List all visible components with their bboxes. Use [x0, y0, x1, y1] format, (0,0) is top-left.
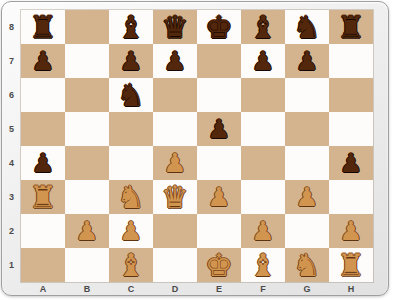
piece-black-pawn[interactable]: ♟	[31, 44, 54, 78]
square-f4[interactable]	[241, 146, 285, 180]
piece-black-rook[interactable]: ♜	[29, 10, 57, 44]
rank-label-3: 3	[2, 180, 21, 214]
square-c7[interactable]: ♟	[109, 44, 153, 78]
file-label-c: C	[109, 282, 153, 295]
square-c8[interactable]: ♝	[109, 10, 153, 44]
square-f2[interactable]: ♟	[241, 214, 285, 248]
piece-black-rook[interactable]: ♜	[337, 10, 365, 44]
square-f7[interactable]: ♟	[241, 44, 285, 78]
square-g8[interactable]: ♞	[285, 10, 329, 44]
square-g4[interactable]	[285, 146, 329, 180]
piece-black-bishop[interactable]: ♝	[117, 10, 145, 44]
square-a3[interactable]: ♜	[21, 180, 65, 214]
square-f6[interactable]	[241, 78, 285, 112]
square-b5[interactable]	[65, 112, 109, 146]
square-a4[interactable]: ♟	[21, 146, 65, 180]
square-c5[interactable]	[109, 112, 153, 146]
square-c1[interactable]: ♝	[109, 248, 153, 282]
square-h4[interactable]: ♟	[329, 146, 373, 180]
square-b3[interactable]	[65, 180, 109, 214]
square-d5[interactable]	[153, 112, 197, 146]
piece-white-pawn[interactable]: ♟	[295, 180, 318, 214]
square-f5[interactable]	[241, 112, 285, 146]
square-f3[interactable]	[241, 180, 285, 214]
square-h1[interactable]: ♜	[329, 248, 373, 282]
file-label-a: A	[21, 282, 65, 295]
square-e1[interactable]: ♚	[197, 248, 241, 282]
square-b7[interactable]	[65, 44, 109, 78]
piece-black-pawn[interactable]: ♟	[119, 44, 142, 78]
file-label-f: F	[241, 282, 285, 295]
square-e4[interactable]	[197, 146, 241, 180]
square-a8[interactable]: ♜	[21, 10, 65, 44]
piece-black-pawn[interactable]: ♟	[339, 146, 362, 180]
file-label-h: H	[329, 282, 373, 295]
piece-white-pawn[interactable]: ♟	[75, 214, 98, 248]
square-e8[interactable]: ♚	[197, 10, 241, 44]
page-background: { "game": "chess", "position": { "fen": …	[0, 0, 400, 300]
piece-black-queen[interactable]: ♛	[161, 10, 189, 44]
square-a7[interactable]: ♟	[21, 44, 65, 78]
piece-black-knight[interactable]: ♞	[293, 10, 321, 44]
piece-white-rook[interactable]: ♜	[29, 180, 57, 214]
square-c2[interactable]: ♟	[109, 214, 153, 248]
square-e6[interactable]	[197, 78, 241, 112]
piece-black-pawn[interactable]: ♟	[295, 44, 318, 78]
square-a5[interactable]	[21, 112, 65, 146]
square-e5[interactable]: ♟	[197, 112, 241, 146]
file-label-g: G	[285, 282, 329, 295]
square-h7[interactable]	[329, 44, 373, 78]
file-label-d: D	[153, 282, 197, 295]
square-c3[interactable]: ♞	[109, 180, 153, 214]
square-h5[interactable]	[329, 112, 373, 146]
square-e3[interactable]: ♟	[197, 180, 241, 214]
square-g3[interactable]: ♟	[285, 180, 329, 214]
square-e7[interactable]	[197, 44, 241, 78]
piece-white-pawn[interactable]: ♟	[207, 180, 230, 214]
rank-label-8: 8	[2, 10, 21, 44]
square-g5[interactable]	[285, 112, 329, 146]
rank-labels: 87654321	[2, 10, 21, 282]
piece-white-pawn[interactable]: ♟	[251, 214, 274, 248]
piece-black-bishop[interactable]: ♝	[249, 10, 277, 44]
square-f8[interactable]: ♝	[241, 10, 285, 44]
rank-label-5: 5	[2, 112, 21, 146]
piece-black-pawn[interactable]: ♟	[207, 112, 230, 146]
piece-black-knight[interactable]: ♞	[117, 78, 145, 112]
square-d4[interactable]: ♟	[153, 146, 197, 180]
file-label-b: B	[65, 282, 109, 295]
square-b4[interactable]	[65, 146, 109, 180]
rank-label-4: 4	[2, 146, 21, 180]
square-e2[interactable]	[197, 214, 241, 248]
piece-white-pawn[interactable]: ♟	[163, 146, 186, 180]
square-h2[interactable]: ♟	[329, 214, 373, 248]
square-g6[interactable]	[285, 78, 329, 112]
square-g2[interactable]	[285, 214, 329, 248]
rank-label-6: 6	[2, 78, 21, 112]
square-d3[interactable]: ♛	[153, 180, 197, 214]
square-c6[interactable]: ♞	[109, 78, 153, 112]
square-a2[interactable]	[21, 214, 65, 248]
square-a6[interactable]	[21, 78, 65, 112]
piece-white-pawn[interactable]: ♟	[119, 214, 142, 248]
piece-black-pawn[interactable]: ♟	[251, 44, 274, 78]
piece-white-pawn[interactable]: ♟	[339, 214, 362, 248]
rank-label-2: 2	[2, 214, 21, 248]
square-h3[interactable]	[329, 180, 373, 214]
rank-label-1: 1	[2, 248, 21, 282]
piece-black-pawn[interactable]: ♟	[31, 146, 54, 180]
square-b2[interactable]: ♟	[65, 214, 109, 248]
piece-white-rook[interactable]: ♜	[337, 248, 365, 282]
piece-white-bishop[interactable]: ♝	[117, 248, 145, 282]
square-h8[interactable]: ♜	[329, 10, 373, 44]
rank-label-7: 7	[2, 44, 21, 78]
square-g1[interactable]: ♞	[285, 248, 329, 282]
square-d2[interactable]	[153, 214, 197, 248]
chessboard-panel: 87654321 ♜♝♛♚♝♞♜♟♟♟♟♟♞♟♟♟♟♜♞♛♟♟♟♟♟♟♝♚♝♞♜…	[1, 1, 389, 296]
piece-black-king[interactable]: ♚	[205, 10, 233, 44]
square-c4[interactable]	[109, 146, 153, 180]
piece-white-bishop[interactable]: ♝	[249, 248, 277, 282]
square-d8[interactable]: ♛	[153, 10, 197, 44]
square-d7[interactable]: ♟	[153, 44, 197, 78]
square-a1[interactable]	[21, 248, 65, 282]
square-g7[interactable]: ♟	[285, 44, 329, 78]
piece-white-queen[interactable]: ♛	[161, 180, 189, 214]
square-b8[interactable]	[65, 10, 109, 44]
piece-white-knight[interactable]: ♞	[117, 180, 145, 214]
file-label-e: E	[197, 282, 241, 295]
square-b1[interactable]	[65, 248, 109, 282]
square-b6[interactable]	[65, 78, 109, 112]
piece-white-knight[interactable]: ♞	[293, 248, 321, 282]
board: ♜♝♛♚♝♞♜♟♟♟♟♟♞♟♟♟♟♜♞♛♟♟♟♟♟♟♝♚♝♞♜	[21, 10, 373, 282]
file-labels: ABCDEFGH	[21, 282, 373, 295]
square-d6[interactable]	[153, 78, 197, 112]
piece-white-king[interactable]: ♚	[205, 248, 233, 282]
square-h6[interactable]	[329, 78, 373, 112]
piece-black-pawn[interactable]: ♟	[163, 44, 186, 78]
square-f1[interactable]: ♝	[241, 248, 285, 282]
square-d1[interactable]	[153, 248, 197, 282]
